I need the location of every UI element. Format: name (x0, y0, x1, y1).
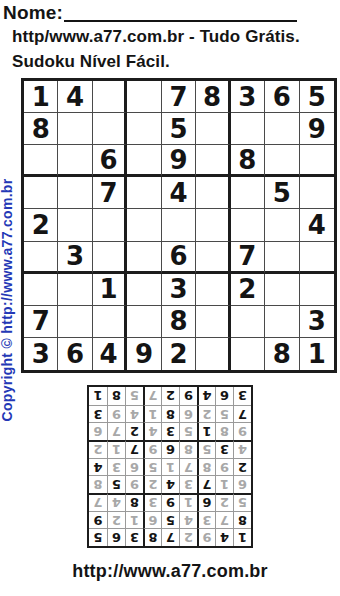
sudoku-cell-r2c4[interactable] (127, 113, 161, 145)
sudoku-cell-r1c3[interactable] (93, 81, 127, 113)
solution-cell-r3c1: 5 (233, 493, 251, 511)
sudoku-cell-r4c3[interactable]: 7 (93, 177, 127, 209)
sudoku-cell-r4c9[interactable] (300, 177, 334, 209)
solution-cell-r6c3: 5 (197, 440, 215, 458)
solution-cell-r5c3: 8 (197, 458, 215, 476)
sudoku-cell-r3c4[interactable] (127, 145, 161, 177)
sudoku-cell-r8c1[interactable]: 7 (24, 306, 58, 338)
sudoku-cell-r6c9[interactable] (300, 242, 334, 274)
solution-cell-r8c4: 6 (179, 405, 197, 423)
solution-cell-r4c1: 6 (233, 475, 251, 493)
sudoku-cell-r6c3[interactable] (93, 242, 127, 274)
solution-cell-r7c7: 2 (125, 422, 143, 440)
sudoku-cell-r6c7[interactable]: 7 (231, 242, 265, 274)
solution-cell-r5c9: 4 (89, 458, 107, 476)
sudoku-cell-r6c1[interactable] (24, 242, 58, 274)
sudoku-cell-r7c1[interactable] (24, 274, 58, 306)
sudoku-cell-r6c8[interactable] (265, 242, 299, 274)
sudoku-cell-r1c4[interactable] (127, 81, 161, 113)
sudoku-cell-r8c9[interactable]: 3 (300, 306, 334, 338)
solution-cell-r9c8: 8 (107, 387, 125, 405)
sudoku-cell-r5c9[interactable]: 4 (300, 209, 334, 241)
sudoku-cell-r9c5[interactable]: 2 (162, 338, 196, 370)
sudoku-cell-r3c2[interactable] (58, 145, 92, 177)
solution-cell-r7c9: 6 (89, 422, 107, 440)
solution-cell-r8c5: 8 (161, 405, 179, 423)
sudoku-cell-r2c1[interactable]: 8 (24, 113, 58, 145)
sudoku-cell-r7c8[interactable] (265, 274, 299, 306)
solution-cell-r8c6: 1 (143, 405, 161, 423)
sudoku-cell-r8c8[interactable] (265, 306, 299, 338)
solution-cell-r2c1: 8 (233, 511, 251, 529)
solution-cell-r3c5: 9 (161, 493, 179, 511)
solution-cell-r1c4: 2 (179, 528, 197, 546)
sudoku-cell-r2c3[interactable] (93, 113, 127, 145)
sudoku-cell-r9c9[interactable]: 1 (300, 338, 334, 370)
solution-cell-r3c3: 6 (197, 493, 215, 511)
solution-cell-r4c2: 1 (215, 475, 233, 493)
solution-cell-r2c8: 2 (107, 511, 125, 529)
solution-cell-r5c6: 5 (143, 458, 161, 476)
solution-cell-r3c2: 2 (215, 493, 233, 511)
sudoku-cell-r7c6[interactable] (196, 274, 230, 306)
sudoku-cell-r7c3[interactable]: 1 (93, 274, 127, 306)
solution-cell-r3c8: 4 (107, 493, 125, 511)
sudoku-cell-r1c9[interactable]: 5 (300, 81, 334, 113)
sudoku-cell-r7c4[interactable] (127, 274, 161, 306)
solution-cell-r4c3: 7 (197, 475, 215, 493)
sudoku-cell-r5c3[interactable] (93, 209, 127, 241)
solution-cell-r7c2: 8 (215, 422, 233, 440)
solution-cell-r6c7: 7 (125, 440, 143, 458)
sudoku-cell-r2c6[interactable] (196, 113, 230, 145)
solution-cell-r8c3: 2 (197, 405, 215, 423)
sudoku-cell-r3c1[interactable] (24, 145, 58, 177)
sudoku-cell-r8c4[interactable] (127, 306, 161, 338)
solution-cell-r6c2: 3 (215, 440, 233, 458)
sudoku-cell-r9c1[interactable]: 3 (24, 338, 58, 370)
solution-cell-r2c5: 5 (161, 511, 179, 529)
solution-cell-r9c9: 1 (89, 387, 107, 405)
solution-cell-r4c8: 5 (107, 475, 125, 493)
sudoku-cell-r4c8[interactable]: 5 (265, 177, 299, 209)
solution-cell-r9c4: 9 (179, 387, 197, 405)
sudoku-cell-r5c8[interactable] (265, 209, 299, 241)
solution-cell-r7c4: 5 (179, 422, 197, 440)
sudoku-cell-r1c8[interactable]: 6 (265, 81, 299, 113)
sudoku-cell-r1c7[interactable]: 3 (231, 81, 265, 113)
solution-cell-r2c6: 6 (143, 511, 161, 529)
sudoku-cell-r7c7[interactable]: 2 (231, 274, 265, 306)
solution-cell-r4c9: 8 (89, 475, 107, 493)
sudoku-cell-r2c7[interactable] (231, 113, 265, 145)
sudoku-cell-r8c6[interactable] (196, 306, 230, 338)
solution-cell-r8c2: 5 (215, 405, 233, 423)
sudoku-cell-r9c7[interactable] (231, 338, 265, 370)
solution-cell-r1c5: 7 (161, 528, 179, 546)
solution-cell-r1c9: 5 (89, 528, 107, 546)
solution-cell-r8c8: 9 (107, 405, 125, 423)
sudoku-cell-r9c8[interactable]: 8 (265, 338, 299, 370)
solution-cell-r8c7: 4 (125, 405, 143, 423)
solution-cell-r7c5: 3 (161, 422, 179, 440)
sudoku-cell-r2c2[interactable] (58, 113, 92, 145)
solution-cell-r4c7: 9 (125, 475, 143, 493)
sudoku-cell-r4c7[interactable] (231, 177, 265, 209)
name-blank-line (64, 20, 297, 22)
sudoku-cell-r3c7[interactable]: 8 (231, 145, 265, 177)
sudoku-cell-r7c2[interactable] (58, 274, 92, 306)
solution-cell-r7c8: 7 (107, 422, 125, 440)
site-header-text: http/www.a77.com.br - Tudo Grátis. (0, 27, 340, 47)
solution-cell-r1c1: 1 (233, 528, 251, 546)
sudoku-cell-r8c2[interactable] (58, 306, 92, 338)
solution-cell-r6c4: 8 (179, 440, 197, 458)
solution-cell-r1c7: 3 (125, 528, 143, 546)
sudoku-cell-r4c6[interactable] (196, 177, 230, 209)
solution-cell-r7c3: 1 (197, 422, 215, 440)
footer-url: http://www.a77.com.br (0, 561, 340, 582)
sudoku-cell-r5c6[interactable] (196, 209, 230, 241)
solution-cell-r1c8: 6 (107, 528, 125, 546)
sudoku-cell-r2c8[interactable] (265, 113, 299, 145)
sudoku-cell-r5c7[interactable] (231, 209, 265, 241)
solution-cell-r1c6: 8 (143, 528, 161, 546)
solution-cell-r2c4: 4 (179, 511, 197, 529)
solution-cell-r4c6: 2 (143, 475, 161, 493)
sudoku-cell-r9c2[interactable]: 6 (58, 338, 92, 370)
page-header: Nome: http/www.a77.com.br - Tudo Grátis.… (0, 0, 340, 72)
copyright-vertical-text: Copyright © http://www.a77.com.br (0, 150, 17, 450)
sudoku-cell-r2c9[interactable]: 9 (300, 113, 334, 145)
solution-cell-r9c6: 7 (143, 387, 161, 405)
sudoku-cell-r3c5[interactable]: 9 (162, 145, 196, 177)
solution-cell-r2c9: 9 (89, 511, 107, 529)
sudoku-cell-r6c4[interactable] (127, 242, 161, 274)
solution-cell-r6c6: 9 (143, 440, 161, 458)
sudoku-cell-r7c9[interactable] (300, 274, 334, 306)
solution-cell-r9c1: 3 (233, 387, 251, 405)
solution-cell-r9c2: 6 (215, 387, 233, 405)
solution-cell-r6c5: 6 (161, 440, 179, 458)
main-sudoku-grid: 1478365859698745243671327833649281 (21, 78, 337, 373)
solution-cell-r3c4: 1 (179, 493, 197, 511)
solution-cell-r1c2: 4 (215, 528, 233, 546)
solution-cell-r4c4: 3 (179, 475, 197, 493)
sudoku-cell-r5c1[interactable]: 2 (24, 209, 58, 241)
solution-cell-r7c6: 4 (143, 422, 161, 440)
solution-cell-r9c7: 5 (125, 387, 143, 405)
sudoku-cell-r8c7[interactable] (231, 306, 265, 338)
sudoku-cell-r9c3[interactable]: 4 (93, 338, 127, 370)
sudoku-cell-r8c3[interactable] (93, 306, 127, 338)
sudoku-cell-r1c2[interactable]: 4 (58, 81, 92, 113)
solution-cell-r6c1: 4 (233, 440, 251, 458)
sudoku-cell-r4c2[interactable] (58, 177, 92, 209)
solution-cell-r2c3: 3 (197, 511, 215, 529)
solution-cell-r9c3: 4 (197, 387, 215, 405)
sudoku-cell-r2c5[interactable]: 5 (162, 113, 196, 145)
sudoku-cell-r3c8[interactable] (265, 145, 299, 177)
solution-cell-r4c5: 4 (161, 475, 179, 493)
solution-cell-r1c3: 9 (197, 528, 215, 546)
solution-cell-r3c6: 3 (143, 493, 161, 511)
solution-cell-r5c2: 9 (215, 458, 233, 476)
sudoku-cell-r1c5[interactable]: 7 (162, 81, 196, 113)
solution-cell-r5c8: 3 (107, 458, 125, 476)
solution-cell-r7c1: 9 (233, 422, 251, 440)
sudoku-cell-r9c6[interactable] (196, 338, 230, 370)
sudoku-cell-r4c5[interactable]: 4 (162, 177, 196, 209)
solution-cell-r5c1: 2 (233, 458, 251, 476)
solution-cell-r6c8: 1 (107, 440, 125, 458)
name-row: Nome: (0, 0, 340, 23)
sudoku-cell-r1c6[interactable]: 8 (196, 81, 230, 113)
solution-cell-r5c4: 7 (179, 458, 197, 476)
solution-cell-r3c9: 7 (89, 493, 107, 511)
sudoku-cell-r3c3[interactable]: 6 (93, 145, 127, 177)
sudoku-cell-r4c4[interactable] (127, 177, 161, 209)
sudoku-cell-r4c1[interactable] (24, 177, 58, 209)
solution-cell-r3c7: 8 (125, 493, 143, 511)
name-label: Nome: (3, 2, 63, 23)
sudoku-cell-r5c5[interactable] (162, 209, 196, 241)
solution-cell-r5c5: 1 (161, 458, 179, 476)
sudoku-cell-r6c6[interactable] (196, 242, 230, 274)
solution-cell-r5c7: 6 (125, 458, 143, 476)
sudoku-cell-r7c5[interactable]: 3 (162, 274, 196, 306)
sudoku-cell-r3c6[interactable] (196, 145, 230, 177)
sudoku-cell-r6c2[interactable]: 3 (58, 242, 92, 274)
puzzle-title: Sudoku Nível Fácil. (0, 52, 340, 72)
solution-cell-r6c9: 2 (89, 440, 107, 458)
solution-cell-r2c7: 1 (125, 511, 143, 529)
sudoku-cell-r9c4[interactable]: 9 (127, 338, 161, 370)
sudoku-cell-r6c5[interactable]: 6 (162, 242, 196, 274)
solution-cell-r8c1: 7 (233, 405, 251, 423)
solution-sudoku-grid-upside-down: 1492783658734561295261938476173429582987… (87, 385, 253, 548)
sudoku-cell-r8c5[interactable]: 8 (162, 306, 196, 338)
solution-cell-r9c5: 2 (161, 387, 179, 405)
sudoku-cell-r5c2[interactable] (58, 209, 92, 241)
sudoku-cell-r3c9[interactable] (300, 145, 334, 177)
solution-cell-r8c9: 3 (89, 405, 107, 423)
sudoku-cell-r1c1[interactable]: 1 (24, 81, 58, 113)
sudoku-cell-r5c4[interactable] (127, 209, 161, 241)
solution-cell-r2c2: 7 (215, 511, 233, 529)
